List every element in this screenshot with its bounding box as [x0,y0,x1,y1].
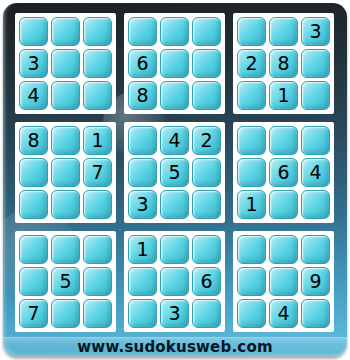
cell-r8c9[interactable]: 9 [301,267,330,296]
cell-r3c7[interactable] [237,81,266,110]
sudoku-box-7: 57 [15,231,116,332]
cell-r6c3[interactable] [83,190,112,219]
cell-r7c7[interactable] [237,235,266,264]
cell-r2c4[interactable]: 6 [128,49,157,78]
cell-r4c6[interactable]: 2 [192,126,221,155]
cell-r5c8[interactable]: 6 [269,158,298,187]
cell-r6c6[interactable] [192,190,221,219]
cell-r2c8[interactable]: 8 [269,49,298,78]
sudoku-board: 3468328181742536415716394 [15,13,335,332]
cell-r1c1[interactable] [19,17,48,46]
cell-r3c3[interactable] [83,81,112,110]
cell-r9c9[interactable] [301,299,330,328]
cell-r6c8[interactable] [269,190,298,219]
cell-r4c4[interactable] [128,126,157,155]
cell-r6c9[interactable] [301,190,330,219]
cell-r3c4[interactable]: 8 [128,81,157,110]
cell-r1c6[interactable] [192,17,221,46]
cell-r3c5[interactable] [160,81,189,110]
cell-r9c1[interactable]: 7 [19,299,48,328]
cell-r5c1[interactable] [19,158,48,187]
cell-r9c6[interactable] [192,299,221,328]
cell-r5c7[interactable] [237,158,266,187]
cell-r6c5[interactable] [160,190,189,219]
cell-r6c4[interactable]: 3 [128,190,157,219]
cell-r7c6[interactable] [192,235,221,264]
cell-r5c3[interactable]: 7 [83,158,112,187]
cell-r9c2[interactable] [51,299,80,328]
cell-r8c8[interactable] [269,267,298,296]
cell-r3c8[interactable]: 1 [269,81,298,110]
sudoku-box-9: 94 [233,231,334,332]
cell-r1c3[interactable] [83,17,112,46]
cell-r1c9[interactable]: 3 [301,17,330,46]
cell-r4c3[interactable]: 1 [83,126,112,155]
sudoku-box-1: 34 [15,13,116,114]
cell-r7c2[interactable] [51,235,80,264]
cell-r2c2[interactable] [51,49,80,78]
cell-r9c5[interactable]: 3 [160,299,189,328]
sudoku-panel: 3468328181742536415716394 www.sudokusweb… [3,3,347,356]
cell-r5c9[interactable]: 4 [301,158,330,187]
cell-r9c7[interactable] [237,299,266,328]
cell-r8c3[interactable] [83,267,112,296]
sudoku-box-2: 68 [124,13,225,114]
cell-r4c9[interactable] [301,126,330,155]
page: 3468328181742536415716394 www.sudokusweb… [0,3,350,360]
cell-r2c3[interactable] [83,49,112,78]
cell-r1c7[interactable] [237,17,266,46]
cell-r1c4[interactable] [128,17,157,46]
cell-r3c1[interactable]: 4 [19,81,48,110]
cell-r7c4[interactable]: 1 [128,235,157,264]
cell-r5c6[interactable] [192,158,221,187]
cell-r2c9[interactable] [301,49,330,78]
cell-r3c6[interactable] [192,81,221,110]
sudoku-box-6: 641 [233,122,334,223]
cell-r8c5[interactable] [160,267,189,296]
cell-r2c7[interactable]: 2 [237,49,266,78]
cell-r7c1[interactable] [19,235,48,264]
cell-r1c8[interactable] [269,17,298,46]
cell-r1c2[interactable] [51,17,80,46]
cell-r4c8[interactable] [269,126,298,155]
cell-r7c3[interactable] [83,235,112,264]
cell-r9c3[interactable] [83,299,112,328]
cell-r7c5[interactable] [160,235,189,264]
cell-r2c5[interactable] [160,49,189,78]
cell-r7c9[interactable] [301,235,330,264]
cell-r3c2[interactable] [51,81,80,110]
cell-r2c1[interactable]: 3 [19,49,48,78]
cell-r8c6[interactable]: 6 [192,267,221,296]
cell-r4c7[interactable] [237,126,266,155]
cell-r5c2[interactable] [51,158,80,187]
cell-r5c5[interactable]: 5 [160,158,189,187]
cell-r3c9[interactable] [301,81,330,110]
sudoku-box-4: 817 [15,122,116,223]
cell-r7c8[interactable] [269,235,298,264]
cell-r5c4[interactable] [128,158,157,187]
cell-r4c1[interactable]: 8 [19,126,48,155]
website-url[interactable]: www.sudokusweb.com [3,337,347,356]
cell-r6c2[interactable] [51,190,80,219]
cell-r9c4[interactable] [128,299,157,328]
cell-r6c7[interactable]: 1 [237,190,266,219]
cell-r8c2[interactable]: 5 [51,267,80,296]
cell-r6c1[interactable] [19,190,48,219]
sudoku-box-8: 163 [124,231,225,332]
cell-r4c5[interactable]: 4 [160,126,189,155]
cell-r1c5[interactable] [160,17,189,46]
cell-r8c7[interactable] [237,267,266,296]
sudoku-box-5: 4253 [124,122,225,223]
cell-r9c8[interactable]: 4 [269,299,298,328]
cell-r8c1[interactable] [19,267,48,296]
sudoku-box-3: 3281 [233,13,334,114]
cell-r4c2[interactable] [51,126,80,155]
cell-r8c4[interactable] [128,267,157,296]
cell-r2c6[interactable] [192,49,221,78]
